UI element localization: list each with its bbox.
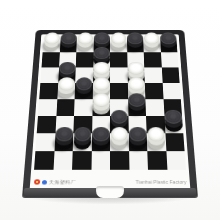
piece-top [44, 32, 61, 44]
brand-text-en: Tianhai Plastic Factory [135, 180, 186, 184]
piece-white-r1c5[interactable] [110, 39, 126, 51]
brand-badge-blue [42, 180, 47, 184]
piece-top [93, 47, 109, 60]
piece-black-r7c3[interactable] [73, 135, 91, 150]
brand-logos: 天海塑料厂 [34, 179, 76, 184]
piece-white-r7c5[interactable] [110, 135, 128, 150]
piece-top [77, 32, 93, 44]
piece-white-r5c4[interactable] [92, 101, 109, 115]
piece-black-r4c3[interactable] [75, 84, 92, 98]
piece-top [94, 32, 110, 44]
piece-top [55, 127, 73, 142]
piece-top [127, 62, 144, 75]
brand-text-cn: 天海塑料厂 [49, 179, 76, 184]
piece-top [110, 110, 127, 124]
piece-top [110, 127, 128, 142]
piece-top [74, 127, 92, 142]
piece-top [128, 93, 145, 107]
board-face: 天海塑料厂 Tianhai Plastic Factory [30, 34, 191, 189]
piece-top [60, 32, 76, 44]
product-photo-scene: 天海塑料厂 Tianhai Plastic Factory [0, 0, 220, 220]
pieces-layer [34, 38, 186, 170]
piece-top [93, 77, 110, 90]
thumb-notch[interactable] [96, 186, 124, 198]
piece-white-r7c7[interactable] [147, 135, 165, 150]
checkers-board: 天海塑料厂 Tianhai Plastic Factory [22, 30, 198, 198]
piece-black-r7c4[interactable] [92, 135, 110, 150]
piece-white-r1c1[interactable] [43, 39, 60, 51]
piece-top [127, 32, 143, 44]
piece-black-r7c2[interactable] [55, 135, 73, 150]
piece-top [128, 77, 145, 90]
piece-top [164, 110, 182, 124]
brand-badge-red [34, 179, 40, 184]
piece-black-r5c6[interactable] [128, 101, 145, 115]
piece-top [110, 32, 126, 44]
piece-top [147, 127, 165, 142]
folding-case-frame: 天海塑料厂 Tianhai Plastic Factory [22, 30, 198, 198]
piece-black-r7c6[interactable] [129, 135, 147, 150]
piece-black-r1c6[interactable] [127, 39, 143, 51]
piece-top [59, 62, 76, 75]
piece-black-r1c8[interactable] [160, 39, 177, 51]
piece-top [93, 62, 109, 75]
piece-top [58, 77, 75, 90]
piece-top [75, 77, 92, 90]
piece-top [93, 93, 110, 107]
piece-top [143, 32, 159, 44]
piece-black-r6c8[interactable] [165, 117, 183, 132]
piece-white-r1c3[interactable] [77, 39, 93, 51]
piece-top [92, 127, 110, 142]
piece-black-r1c2[interactable] [60, 39, 76, 51]
piece-top [129, 127, 147, 142]
piece-white-r4c2[interactable] [57, 84, 74, 98]
piece-top [160, 32, 177, 44]
piece-white-r1c7[interactable] [144, 39, 160, 51]
